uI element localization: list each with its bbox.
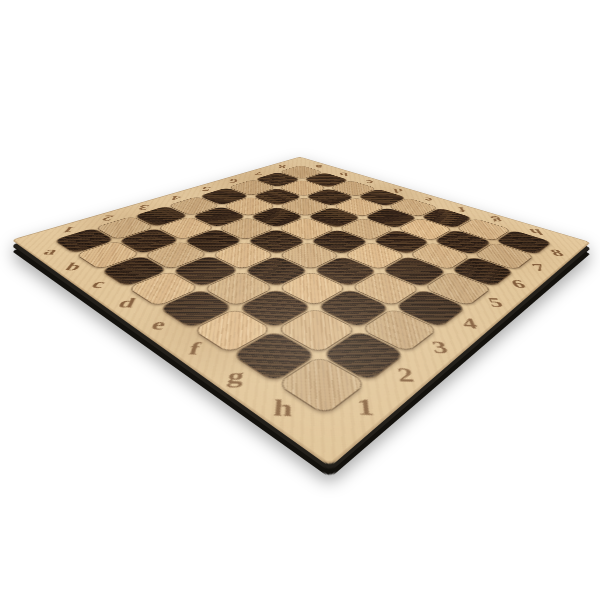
file-label-f-near: f xyxy=(187,340,203,358)
product-photo-stage: aa11bb22cc33dd44ee55ff66gg77hh88 xyxy=(0,0,600,600)
rank-label-8-far: 8 xyxy=(278,164,286,169)
file-label-f-far: f xyxy=(457,206,467,213)
rank-label-6-far: 6 xyxy=(228,178,238,184)
file-label-e-far: e xyxy=(423,196,434,202)
file-label-e-near: e xyxy=(149,317,168,333)
file-label-b-far: b xyxy=(339,172,348,177)
rank-label-5-far: 5 xyxy=(200,186,212,192)
file-label-a-far: a xyxy=(315,164,323,169)
rank-label-4-far: 4 xyxy=(170,194,183,201)
rank-label-3-far: 3 xyxy=(137,204,151,211)
file-label-g-near: g xyxy=(226,366,246,387)
file-label-b-near: b xyxy=(62,261,84,272)
rank-label-8-near: 8 xyxy=(548,248,567,258)
file-label-d-far: d xyxy=(393,187,405,193)
rank-label-2-near: 2 xyxy=(396,365,416,385)
file-label-c-far: c xyxy=(366,179,375,185)
rank-label-4-near: 4 xyxy=(460,316,480,331)
rank-label-5-near: 5 xyxy=(486,296,506,310)
chessboard: aa11bb22cc33dd44ee55ff66gg77hh88 xyxy=(103,36,513,446)
file-label-c-near: c xyxy=(89,278,108,290)
rank-label-1-near: 1 xyxy=(356,396,376,420)
board-top-face: aa11bb22cc33dd44ee55ff66gg77hh88 xyxy=(11,157,591,467)
rank-label-2-far: 2 xyxy=(100,214,116,222)
rank-label-6-near: 6 xyxy=(509,278,529,290)
rank-label-7-near: 7 xyxy=(529,262,548,273)
rank-label-7-far: 7 xyxy=(254,171,263,176)
rank-label-3-near: 3 xyxy=(430,339,450,357)
file-label-d-near: d xyxy=(116,296,138,310)
file-label-h-near: h xyxy=(272,397,293,421)
playing-area xyxy=(54,165,551,414)
file-label-a-near: a xyxy=(40,246,61,256)
